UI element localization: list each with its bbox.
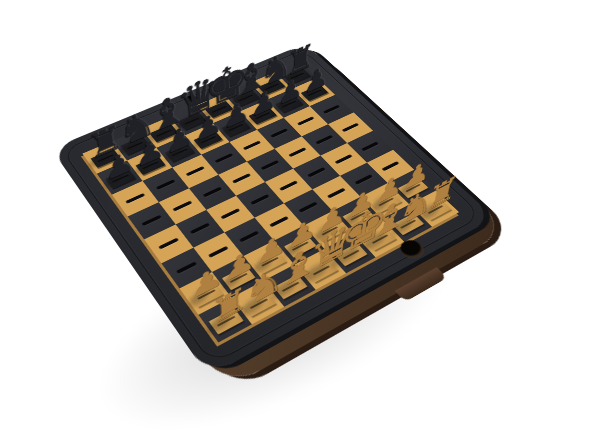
empty-slot xyxy=(243,141,261,151)
photo-stage: ♜♞♝♛♚♝♞♜♟♟♟♟♟♟♟♟♟♟♟♟♟♟♟♟♜♞♝♛♚♝♞♜ xyxy=(0,0,599,431)
piece-shadow xyxy=(239,293,264,319)
empty-slot xyxy=(315,135,333,145)
piece-shadow xyxy=(222,269,242,292)
piece-shadow xyxy=(371,194,388,214)
piece-shadow xyxy=(391,215,413,238)
empty-slot xyxy=(335,154,353,164)
piece-shadow xyxy=(271,276,296,303)
empty-slot xyxy=(361,142,379,152)
piece-shadow xyxy=(189,285,210,308)
piece-shadow xyxy=(207,311,231,337)
piece-shadow xyxy=(301,259,328,286)
piece-shadow xyxy=(343,208,360,228)
piece-shadow xyxy=(419,201,439,222)
piece-shadow xyxy=(362,229,385,253)
empty-slot xyxy=(186,166,205,176)
empty-slot xyxy=(297,116,315,125)
empty-slot xyxy=(307,167,325,177)
piece-shadow xyxy=(399,181,416,200)
empty-slot xyxy=(270,128,288,138)
piece-shadow xyxy=(315,223,332,244)
empty-slot xyxy=(342,123,359,132)
empty-slot xyxy=(382,161,400,171)
empty-slot xyxy=(323,105,340,114)
empty-slot xyxy=(215,153,234,163)
piece-shadow xyxy=(254,253,273,275)
piece-shadow xyxy=(285,238,303,259)
piece-shadow xyxy=(330,243,358,270)
empty-slot xyxy=(288,147,306,157)
empty-slot xyxy=(261,160,280,170)
